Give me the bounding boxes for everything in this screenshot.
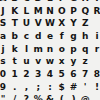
char-cell: e: [44, 30, 56, 43]
char-cell: &: [44, 93, 56, 100]
char-cell: [91, 17, 100, 30]
char-cell: !: [91, 81, 100, 94]
char-cell: ): [68, 93, 80, 100]
char-cell: m: [32, 43, 44, 56]
char-cell: J: [0, 5, 9, 18]
char-cell: ?: [21, 93, 33, 100]
char-cell: X: [56, 17, 68, 30]
char-cell: Y: [68, 17, 80, 30]
char-cell: /: [9, 93, 21, 100]
char-cell: S: [0, 17, 9, 30]
char-cell: 9: [0, 81, 9, 94]
char-cell: y: [68, 55, 80, 68]
char-cell: q: [79, 43, 91, 56]
char-cell: ": [0, 93, 9, 100]
char-cell: 6: [68, 68, 80, 81]
char-cell: f: [56, 30, 68, 43]
char-cell: 1: [9, 68, 21, 81]
char-cell: Q: [79, 5, 91, 18]
char-cell: i: [91, 30, 100, 43]
char-cell: M: [32, 5, 44, 18]
char-cell: o: [56, 43, 68, 56]
char-cell: :: [44, 81, 56, 94]
char-cell: u: [21, 55, 33, 68]
char-cell: #: [68, 81, 80, 94]
char-cell: $: [56, 81, 68, 94]
char-cell: [91, 93, 100, 100]
char-cell: z: [79, 55, 91, 68]
char-cell: p: [68, 43, 80, 56]
char-cell: ;: [32, 81, 44, 94]
char-cell: P: [68, 5, 80, 18]
char-cell: l: [21, 43, 33, 56]
char-cell: w: [44, 55, 56, 68]
char-cell: L: [21, 5, 33, 18]
char-cell: d: [32, 30, 44, 43]
character-grid: ABCDEFGHIJKLMNOPQRSTUVWXYZabcdefghijklmn…: [0, 0, 100, 100]
character-specimen-sheet: ABCDEFGHIJKLMNOPQRSTUVWXYZabcdefghijklmn…: [0, 0, 100, 100]
char-cell: [91, 55, 100, 68]
char-cell: ,: [21, 81, 33, 94]
char-cell: V: [32, 17, 44, 30]
char-cell: T: [9, 17, 21, 30]
char-cell: U: [21, 17, 33, 30]
char-cell: g: [68, 30, 80, 43]
char-cell: %: [32, 93, 44, 100]
char-cell: N: [44, 5, 56, 18]
char-cell: x: [56, 55, 68, 68]
char-cell: k: [9, 43, 21, 56]
char-cell: @: [79, 93, 91, 100]
char-cell: r: [91, 43, 100, 56]
char-cell: W: [44, 17, 56, 30]
char-cell: b: [9, 30, 21, 43]
char-cell: a: [0, 30, 9, 43]
char-cell: 2: [21, 68, 33, 81]
char-cell: 5: [56, 68, 68, 81]
char-cell: (: [56, 93, 68, 100]
char-cell: v: [32, 55, 44, 68]
char-cell: R: [91, 5, 100, 18]
char-cell: h: [79, 30, 91, 43]
char-cell: 7: [79, 68, 91, 81]
char-cell: 4: [44, 68, 56, 81]
char-cell: 3: [32, 68, 44, 81]
char-cell: c: [21, 30, 33, 43]
char-cell: n: [44, 43, 56, 56]
char-cell: s: [0, 55, 9, 68]
char-cell: O: [56, 5, 68, 18]
char-cell: ': [79, 81, 91, 94]
char-cell: 0: [0, 68, 9, 81]
char-cell: j: [0, 43, 9, 56]
char-cell: 8: [91, 68, 100, 81]
char-cell: t: [9, 55, 21, 68]
char-cell: Z: [79, 17, 91, 30]
char-cell: K: [9, 5, 21, 18]
char-cell: .: [9, 81, 21, 94]
